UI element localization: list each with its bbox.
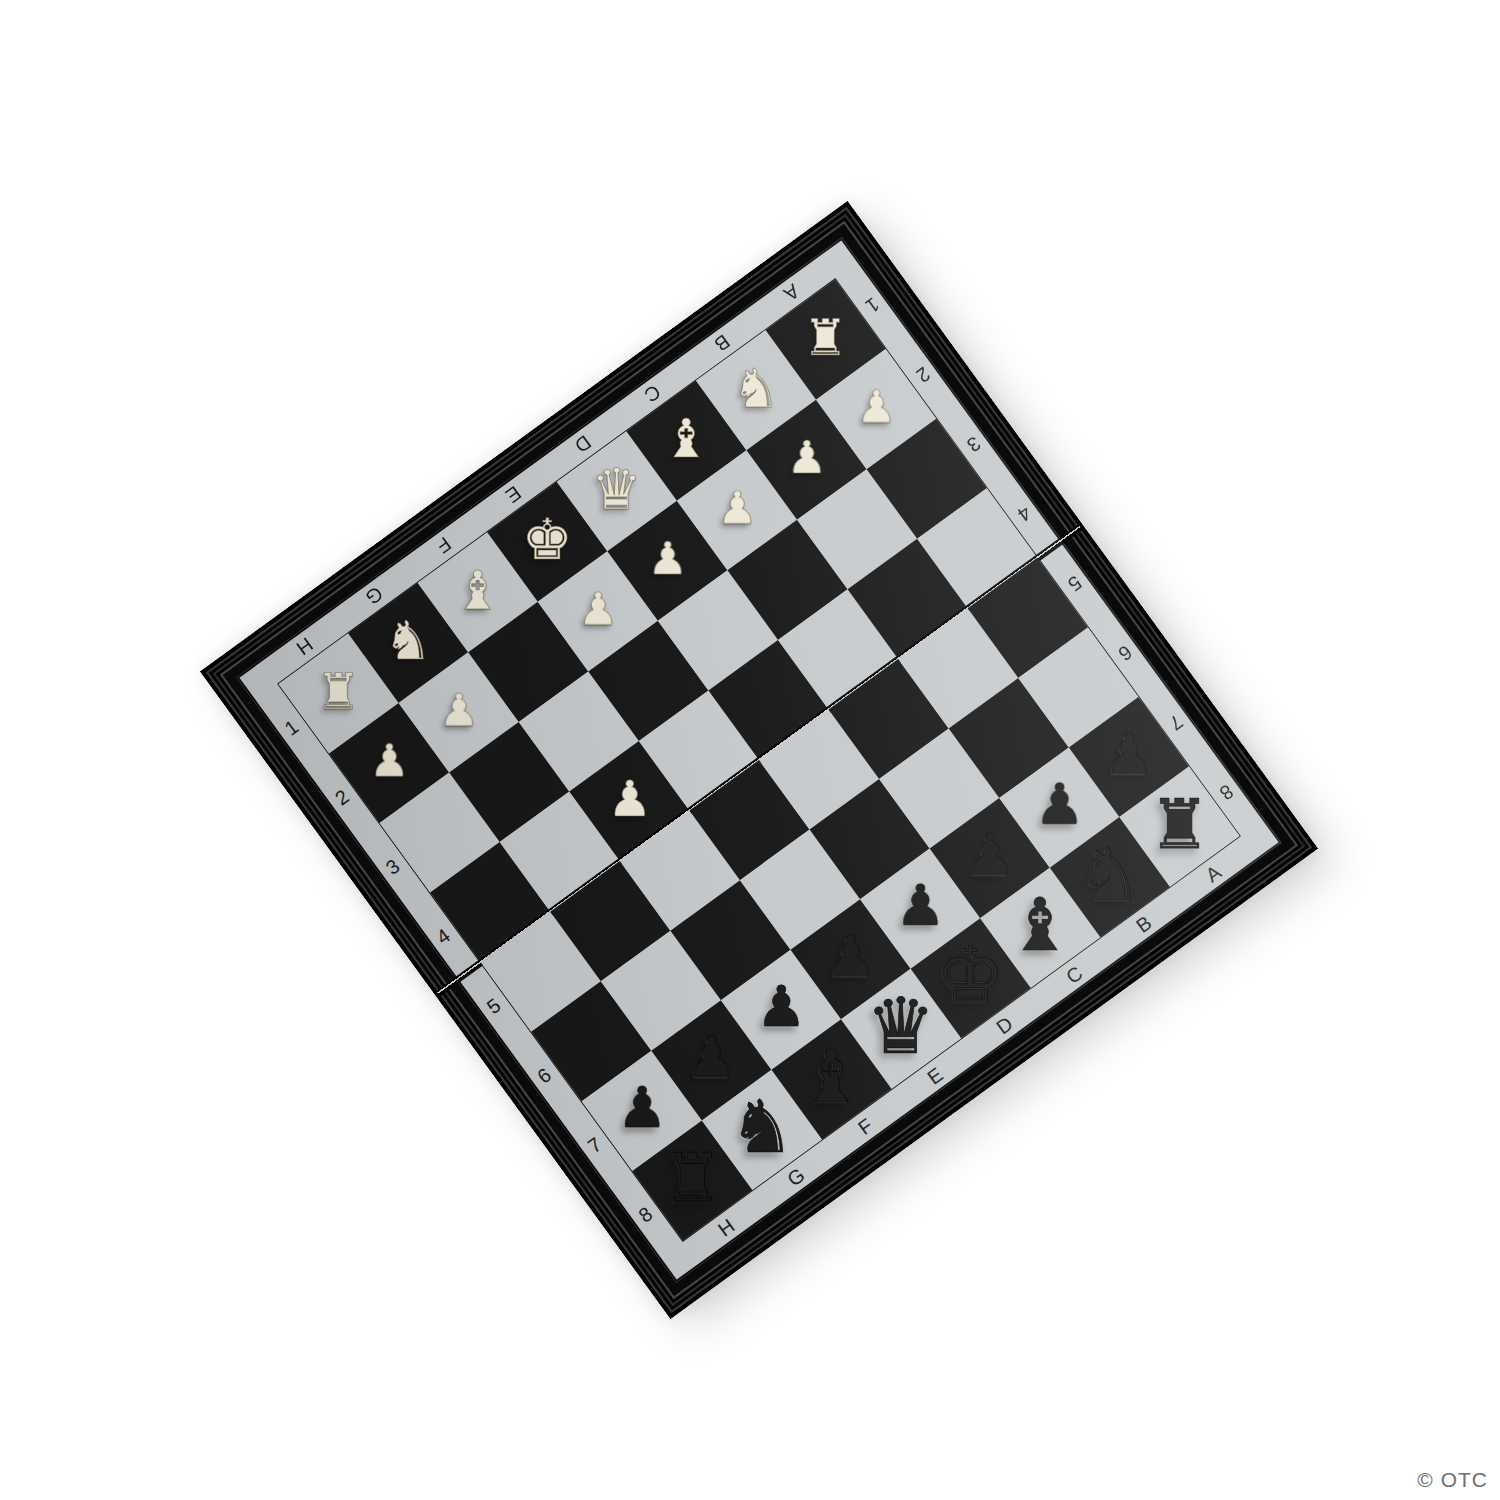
- chess-board: HGFEDCBA HGFEDCBA 12345678 12345678 ♜♞♝♚…: [200, 201, 1317, 1318]
- board-grid: ♜♞♝♚♛♝♞♜♟♟♟♟♟♟♟♟♟♟♟♟♟♟♟♟♜♞♝♛♚♝♞♜: [279, 280, 1240, 1241]
- product-photo: HGFEDCBA HGFEDCBA 12345678 12345678 ♜♞♝♚…: [0, 0, 1500, 1500]
- watermark: © OTC: [1417, 1468, 1488, 1492]
